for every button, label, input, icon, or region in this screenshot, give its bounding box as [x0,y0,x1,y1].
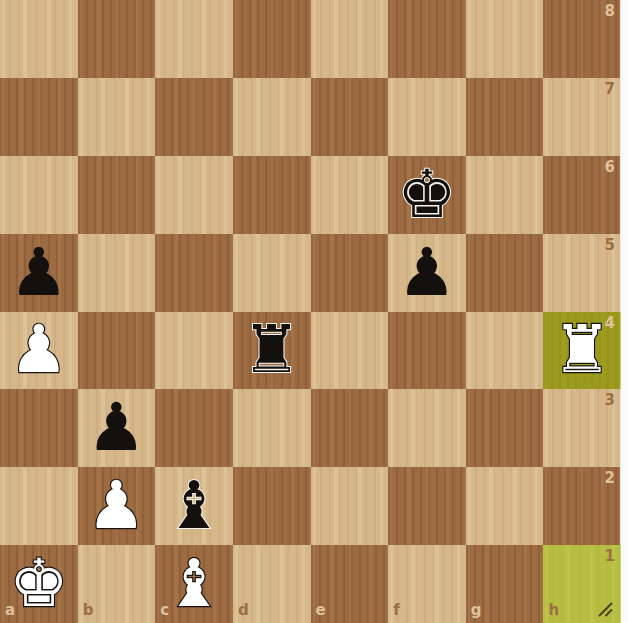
square-c3[interactable] [155,389,233,467]
square-g4[interactable] [466,312,544,390]
square-f4[interactable] [388,312,466,390]
square-h8[interactable] [543,0,621,78]
square-f7[interactable] [388,78,466,156]
square-g8[interactable] [466,0,544,78]
square-b7[interactable] [78,78,156,156]
piece-black-rook[interactable]: ♜ [233,312,311,390]
square-d5[interactable] [233,234,311,312]
square-c4[interactable] [155,312,233,390]
square-f2[interactable] [388,467,466,545]
piece-black-pawn[interactable]: ♟ [0,234,78,312]
square-g1[interactable] [466,545,544,623]
square-g6[interactable] [466,156,544,234]
square-d7[interactable] [233,78,311,156]
square-d6[interactable] [233,156,311,234]
square-d2[interactable] [233,467,311,545]
square-c7[interactable] [155,78,233,156]
square-d3[interactable] [233,389,311,467]
square-a2[interactable] [0,467,78,545]
square-h3[interactable] [543,389,621,467]
square-f8[interactable] [388,0,466,78]
piece-white-rook[interactable]: ♜ [543,312,621,390]
square-d8[interactable] [233,0,311,78]
square-h2[interactable] [543,467,621,545]
square-f1[interactable] [388,545,466,623]
square-g5[interactable] [466,234,544,312]
piece-white-king[interactable]: ♚ [0,545,78,623]
square-e1[interactable] [311,545,389,623]
square-e8[interactable] [311,0,389,78]
board-resize-handle-icon[interactable] [596,600,613,617]
square-h5[interactable] [543,234,621,312]
square-a8[interactable] [0,0,78,78]
chess-app-window: 87654321abcdefgh♚♟♟♟♜♜♟♟♝♚♝ [0,0,628,623]
square-e3[interactable] [311,389,389,467]
square-c5[interactable] [155,234,233,312]
square-g3[interactable] [466,389,544,467]
square-b5[interactable] [78,234,156,312]
piece-black-pawn[interactable]: ♟ [78,389,156,467]
square-e5[interactable] [311,234,389,312]
square-f3[interactable] [388,389,466,467]
square-c6[interactable] [155,156,233,234]
square-b8[interactable] [78,0,156,78]
square-g2[interactable] [466,467,544,545]
square-b4[interactable] [78,312,156,390]
chess-board: 87654321abcdefgh♚♟♟♟♜♜♟♟♝♚♝ [0,0,621,623]
square-e4[interactable] [311,312,389,390]
square-e7[interactable] [311,78,389,156]
piece-black-king[interactable]: ♚ [388,156,466,234]
square-e6[interactable] [311,156,389,234]
square-e2[interactable] [311,467,389,545]
square-a7[interactable] [0,78,78,156]
square-a6[interactable] [0,156,78,234]
square-a3[interactable] [0,389,78,467]
piece-white-pawn[interactable]: ♟ [0,312,78,390]
piece-black-pawn[interactable]: ♟ [388,234,466,312]
square-h7[interactable] [543,78,621,156]
piece-white-bishop[interactable]: ♝ [155,545,233,623]
square-c8[interactable] [155,0,233,78]
square-d1[interactable] [233,545,311,623]
piece-black-bishop[interactable]: ♝ [155,467,233,545]
square-g7[interactable] [466,78,544,156]
page-edge-strip [620,0,628,623]
piece-white-pawn[interactable]: ♟ [78,467,156,545]
square-h6[interactable] [543,156,621,234]
square-b6[interactable] [78,156,156,234]
square-b1[interactable] [78,545,156,623]
